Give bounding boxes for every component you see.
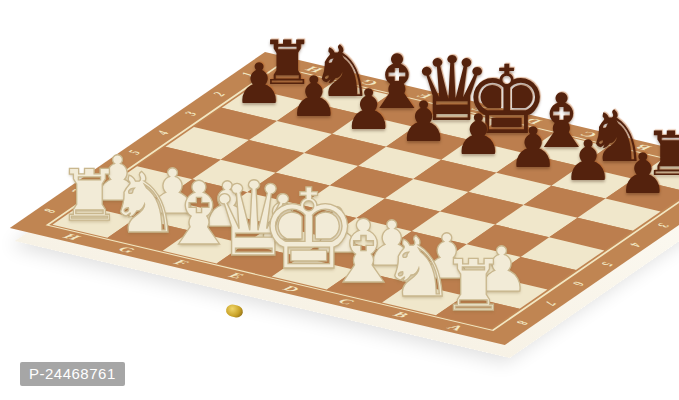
rank-label-left-3: 3 bbox=[158, 103, 225, 124]
brass-clasp bbox=[225, 303, 244, 318]
rank-label-right-7: 7 bbox=[516, 292, 583, 313]
watermark-badge: P-24468761 bbox=[20, 362, 125, 386]
rank-label-right-4: 4 bbox=[601, 234, 668, 255]
rank-label-left-2: 2 bbox=[186, 83, 253, 104]
rank-label-right-6: 6 bbox=[545, 273, 612, 294]
rank-label-left-7: 7 bbox=[45, 181, 112, 202]
rank-label-left-1: 1 bbox=[215, 64, 282, 85]
rank-label-left-4: 4 bbox=[130, 122, 197, 143]
rank-label-left-6: 6 bbox=[73, 161, 140, 182]
rank-label-left-8: 8 bbox=[17, 200, 84, 221]
rank-label-right-5: 5 bbox=[573, 253, 640, 274]
rank-label-right-8: 8 bbox=[488, 312, 555, 333]
product-photo: HGFEDCBA HGFEDCBA 12345678 12345678 ♜♞♝♛… bbox=[0, 0, 679, 400]
rank-label-left-5: 5 bbox=[102, 142, 169, 163]
